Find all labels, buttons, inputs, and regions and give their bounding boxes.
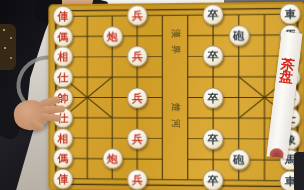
player-hand xyxy=(0,92,78,140)
piece-red-兵[interactable]: 兵 xyxy=(127,5,148,26)
xiangqi-board: 漢界 楚河 俥傌相仕帥仕相傌俥炮炮兵兵兵兵兵卒卒卒卒卒砲砲車馬象士將士象馬車 xyxy=(48,2,304,190)
piece-black-卒[interactable]: 卒 xyxy=(203,46,224,67)
leopard-scarf xyxy=(0,24,16,70)
piece-black-卒[interactable]: 卒 xyxy=(203,4,224,25)
scene: 不服来战 xyxy=(0,0,304,190)
dark-corner-right xyxy=(294,152,304,190)
piece-red-俥[interactable]: 俥 xyxy=(52,168,72,189)
piece-red-炮[interactable]: 炮 xyxy=(102,148,123,169)
piece-red-俥[interactable]: 俥 xyxy=(52,6,72,27)
piece-layer: 俥傌相仕帥仕相傌俥炮炮兵兵兵兵兵卒卒卒卒卒砲砲車馬象士將士象馬車 xyxy=(50,4,303,190)
piece-red-相[interactable]: 相 xyxy=(52,46,72,67)
piece-red-傌[interactable]: 傌 xyxy=(52,26,72,47)
piece-black-砲[interactable]: 砲 xyxy=(228,25,249,46)
piece-red-兵[interactable]: 兵 xyxy=(127,169,148,190)
piece-red-兵[interactable]: 兵 xyxy=(127,46,148,67)
piece-red-兵[interactable]: 兵 xyxy=(127,87,148,108)
piece-red-兵[interactable]: 兵 xyxy=(127,128,148,149)
piece-red-炮[interactable]: 炮 xyxy=(102,26,123,47)
piece-red-傌[interactable]: 傌 xyxy=(52,148,72,169)
piece-black-卒[interactable]: 卒 xyxy=(203,128,224,149)
piece-red-仕[interactable]: 仕 xyxy=(52,67,72,88)
piece-black-砲[interactable]: 砲 xyxy=(228,149,249,170)
piece-black-卒[interactable]: 卒 xyxy=(203,87,224,108)
piece-black-卒[interactable]: 卒 xyxy=(203,169,224,190)
piece-black-車[interactable]: 車 xyxy=(280,3,301,24)
